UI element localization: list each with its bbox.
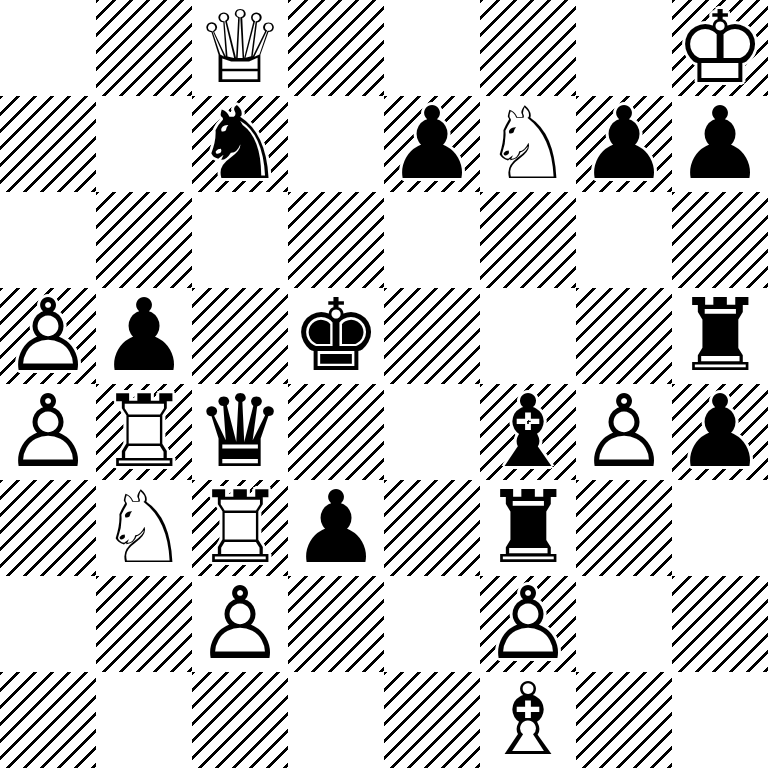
square-e6[interactable] — [384, 192, 480, 288]
white-pawn-icon: ♟♙ — [0, 288, 96, 384]
white-pawn-icon: ♟♙ — [480, 576, 576, 672]
square-d1[interactable] — [288, 672, 384, 768]
black-rook-icon: ♜ — [672, 288, 768, 384]
square-c1[interactable] — [192, 672, 288, 768]
square-b5[interactable]: ♟ — [96, 288, 192, 384]
square-a2[interactable] — [0, 576, 96, 672]
black-queen-icon: ♛ — [192, 384, 288, 480]
chess-board: ♛♕♚♔♞♟♞♘♟♟♟♙♟♚♜♟♙♜♖♛♝♟♙♟♞♘♜♖♟♜♟♙♟♙♝♗ — [0, 0, 768, 768]
white-queen-icon: ♛♕ — [192, 0, 288, 96]
white-pawn-icon: ♟♙ — [0, 384, 96, 480]
square-h8[interactable]: ♚♔ — [672, 0, 768, 96]
square-c7[interactable]: ♞ — [192, 96, 288, 192]
square-a7[interactable] — [0, 96, 96, 192]
black-pawn-icon: ♟ — [96, 288, 192, 384]
square-e2[interactable] — [384, 576, 480, 672]
square-c5[interactable] — [192, 288, 288, 384]
square-h6[interactable] — [672, 192, 768, 288]
square-a6[interactable] — [0, 192, 96, 288]
square-e5[interactable] — [384, 288, 480, 384]
square-d8[interactable] — [288, 0, 384, 96]
square-h7[interactable]: ♟ — [672, 96, 768, 192]
square-a5[interactable]: ♟♙ — [0, 288, 96, 384]
square-g1[interactable] — [576, 672, 672, 768]
white-knight-icon: ♞♘ — [480, 96, 576, 192]
square-b4[interactable]: ♜♖ — [96, 384, 192, 480]
square-b7[interactable] — [96, 96, 192, 192]
square-a4[interactable]: ♟♙ — [0, 384, 96, 480]
square-f6[interactable] — [480, 192, 576, 288]
square-d7[interactable] — [288, 96, 384, 192]
square-h1[interactable] — [672, 672, 768, 768]
square-h3[interactable] — [672, 480, 768, 576]
square-h2[interactable] — [672, 576, 768, 672]
white-king-icon: ♚♔ — [672, 0, 768, 96]
square-f7[interactable]: ♞♘ — [480, 96, 576, 192]
square-a1[interactable] — [0, 672, 96, 768]
square-c2[interactable]: ♟♙ — [192, 576, 288, 672]
square-c8[interactable]: ♛♕ — [192, 0, 288, 96]
square-e1[interactable] — [384, 672, 480, 768]
white-bishop-icon: ♝♗ — [480, 672, 576, 768]
square-d3[interactable]: ♟ — [288, 480, 384, 576]
square-e3[interactable] — [384, 480, 480, 576]
square-g4[interactable]: ♟♙ — [576, 384, 672, 480]
black-pawn-icon: ♟ — [576, 96, 672, 192]
white-rook-icon: ♜♖ — [96, 384, 192, 480]
square-g6[interactable] — [576, 192, 672, 288]
square-a3[interactable] — [0, 480, 96, 576]
square-g8[interactable] — [576, 0, 672, 96]
square-f3[interactable]: ♜ — [480, 480, 576, 576]
square-f1[interactable]: ♝♗ — [480, 672, 576, 768]
square-h4[interactable]: ♟ — [672, 384, 768, 480]
square-d4[interactable] — [288, 384, 384, 480]
square-b8[interactable] — [96, 0, 192, 96]
white-pawn-icon: ♟♙ — [192, 576, 288, 672]
square-a8[interactable] — [0, 0, 96, 96]
black-pawn-icon: ♟ — [288, 480, 384, 576]
square-h5[interactable]: ♜ — [672, 288, 768, 384]
square-b2[interactable] — [96, 576, 192, 672]
square-g3[interactable] — [576, 480, 672, 576]
square-f2[interactable]: ♟♙ — [480, 576, 576, 672]
black-pawn-icon: ♟ — [384, 96, 480, 192]
black-bishop-icon: ♝ — [480, 384, 576, 480]
square-g7[interactable]: ♟ — [576, 96, 672, 192]
square-g5[interactable] — [576, 288, 672, 384]
black-rook-icon: ♜ — [480, 480, 576, 576]
square-c6[interactable] — [192, 192, 288, 288]
black-pawn-icon: ♟ — [672, 384, 768, 480]
square-g2[interactable] — [576, 576, 672, 672]
square-f8[interactable] — [480, 0, 576, 96]
square-d6[interactable] — [288, 192, 384, 288]
square-b1[interactable] — [96, 672, 192, 768]
square-c4[interactable]: ♛ — [192, 384, 288, 480]
square-e8[interactable] — [384, 0, 480, 96]
square-b6[interactable] — [96, 192, 192, 288]
white-pawn-icon: ♟♙ — [576, 384, 672, 480]
black-pawn-icon: ♟ — [672, 96, 768, 192]
square-d2[interactable] — [288, 576, 384, 672]
white-rook-icon: ♜♖ — [192, 480, 288, 576]
square-c3[interactable]: ♜♖ — [192, 480, 288, 576]
square-f5[interactable] — [480, 288, 576, 384]
square-b3[interactable]: ♞♘ — [96, 480, 192, 576]
black-knight-icon: ♞ — [192, 96, 288, 192]
white-knight-icon: ♞♘ — [96, 480, 192, 576]
square-f4[interactable]: ♝ — [480, 384, 576, 480]
square-e4[interactable] — [384, 384, 480, 480]
black-king-icon: ♚ — [288, 288, 384, 384]
square-d5[interactable]: ♚ — [288, 288, 384, 384]
square-e7[interactable]: ♟ — [384, 96, 480, 192]
